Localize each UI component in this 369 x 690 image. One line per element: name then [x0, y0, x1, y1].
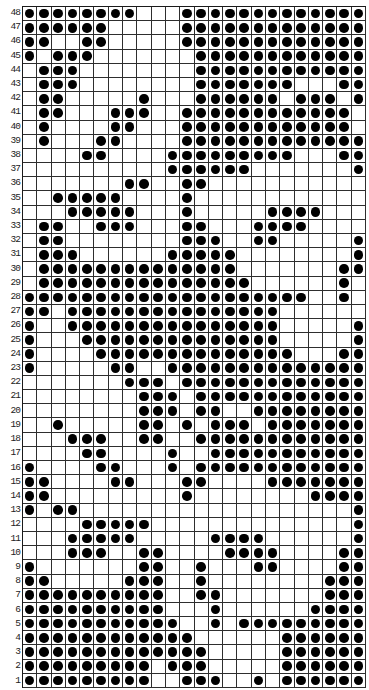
filled-stitch-dot [354, 534, 364, 544]
filled-stitch-dot [196, 108, 206, 118]
filled-stitch-dot [182, 647, 192, 657]
grid-cell [94, 617, 108, 631]
grid-cell [309, 21, 323, 35]
grid-cell [52, 645, 66, 659]
filled-stitch-dot [96, 136, 106, 146]
filled-stitch-dot [96, 434, 106, 444]
grid-cell [323, 532, 337, 546]
filled-stitch-dot [25, 619, 35, 629]
grid-cell [237, 617, 251, 631]
grid-cell [37, 291, 51, 305]
filled-stitch-dot [225, 420, 235, 430]
filled-stitch-dot [268, 477, 278, 487]
filled-stitch-dot [125, 222, 135, 232]
grid-cell [123, 560, 137, 574]
grid-cell [223, 348, 237, 362]
grid-cell [66, 149, 80, 163]
filled-stitch-dot [82, 619, 92, 629]
grid-cell [295, 135, 309, 149]
grid-cell [37, 234, 51, 248]
grid-cell [337, 177, 351, 191]
grid-cell [252, 262, 266, 276]
filled-stitch-dot [354, 236, 364, 246]
filled-stitch-dot [68, 590, 78, 600]
filled-stitch-dot [296, 23, 306, 33]
filled-stitch-dot [311, 605, 321, 615]
grid-cell [209, 333, 223, 347]
grid-cell [23, 475, 37, 489]
grid-cell [109, 163, 123, 177]
grid-cell [37, 149, 51, 163]
filled-stitch-dot [168, 293, 178, 303]
grid-cell [37, 603, 51, 617]
grid-cell [337, 50, 351, 64]
filled-stitch-dot [25, 9, 35, 19]
grid-cell [295, 262, 309, 276]
grid-cell [309, 660, 323, 674]
grid-cell [37, 348, 51, 362]
filled-stitch-dot [153, 420, 163, 430]
grid-cell [266, 532, 280, 546]
grid-cell [252, 575, 266, 589]
grid-cell [123, 404, 137, 418]
filled-stitch-dot [96, 151, 106, 161]
grid-cell [223, 191, 237, 205]
filled-stitch-dot [111, 520, 121, 530]
filled-stitch-dot [354, 463, 364, 473]
grid-cell [337, 7, 351, 21]
grid-cell [23, 291, 37, 305]
grid-cell [166, 149, 180, 163]
filled-stitch-dot [282, 378, 292, 388]
grid-cell [23, 262, 37, 276]
grid-cell [37, 518, 51, 532]
grid-cell [295, 21, 309, 35]
grid-cell [166, 262, 180, 276]
filled-stitch-dot [225, 37, 235, 47]
grid-cell [309, 546, 323, 560]
filled-stitch-dot [268, 392, 278, 402]
grid-cell [152, 135, 166, 149]
grid-cell [295, 149, 309, 163]
grid-cell [337, 191, 351, 205]
grid-cell [37, 418, 51, 432]
grid-cell [66, 589, 80, 603]
grid-cell [123, 305, 137, 319]
grid-cell [66, 277, 80, 291]
grid-cell [166, 433, 180, 447]
filled-stitch-dot [311, 51, 321, 61]
filled-stitch-dot [96, 307, 106, 317]
grid-cell [337, 319, 351, 333]
filled-stitch-dot [25, 562, 35, 572]
grid-cell [195, 163, 209, 177]
grid-cell [209, 177, 223, 191]
filled-stitch-dot [282, 51, 292, 61]
grid-cell [237, 319, 251, 333]
grid-cell [323, 518, 337, 532]
filled-stitch-dot [339, 463, 349, 473]
grid-cell [52, 35, 66, 49]
grid-cell [209, 106, 223, 120]
grid-cell [266, 163, 280, 177]
grid-cell [209, 603, 223, 617]
grid-cell [23, 177, 37, 191]
row-label: 2 [0, 659, 22, 673]
filled-stitch-dot [82, 293, 92, 303]
row-label: 34 [0, 205, 22, 219]
grid-cell [323, 589, 337, 603]
grid-cell [137, 376, 151, 390]
grid-cell [166, 177, 180, 191]
grid-cell [195, 475, 209, 489]
grid-cell [94, 106, 108, 120]
grid-cell [137, 191, 151, 205]
grid-cell [166, 376, 180, 390]
grid-cell [323, 92, 337, 106]
filled-stitch-dot [153, 335, 163, 345]
grid-cell [137, 64, 151, 78]
filled-stitch-dot [111, 335, 121, 345]
grid-cell [123, 504, 137, 518]
filled-stitch-dot [82, 434, 92, 444]
grid-cell [152, 603, 166, 617]
filled-stitch-dot [254, 51, 264, 61]
grid-cell [209, 277, 223, 291]
grid-cell [195, 404, 209, 418]
filled-stitch-dot [196, 562, 206, 572]
grid-cell [266, 461, 280, 475]
filled-stitch-dot [25, 307, 35, 317]
filled-stitch-dot [196, 66, 206, 76]
filled-stitch-dot [39, 108, 49, 118]
grid-cell [195, 461, 209, 475]
filled-stitch-dot [196, 165, 206, 175]
filled-stitch-dot [153, 647, 163, 657]
grid-cell [209, 575, 223, 589]
filled-stitch-dot [211, 335, 221, 345]
grid-cell [123, 418, 137, 432]
grid-cell [266, 78, 280, 92]
grid-cell [295, 248, 309, 262]
row-label: 47 [0, 20, 22, 34]
grid-cell [137, 291, 151, 305]
filled-stitch-dot [182, 420, 192, 430]
filled-stitch-dot [125, 321, 135, 331]
grid-cell [109, 560, 123, 574]
filled-stitch-dot [182, 207, 192, 217]
filled-stitch-dot [354, 590, 364, 600]
grid-cell [166, 248, 180, 262]
grid-cell [37, 50, 51, 64]
grid-cell [137, 149, 151, 163]
grid-cell [309, 206, 323, 220]
grid-cell [337, 617, 351, 631]
grid-cell [237, 305, 251, 319]
grid-cell [237, 234, 251, 248]
grid-cell [23, 333, 37, 347]
grid-cell [195, 645, 209, 659]
grid-cell [180, 475, 194, 489]
grid-cell [209, 433, 223, 447]
grid-cell [52, 461, 66, 475]
filled-stitch-dot [296, 633, 306, 643]
grid-cell [323, 220, 337, 234]
grid-cell [223, 418, 237, 432]
filled-stitch-dot [168, 406, 178, 416]
grid-cell [309, 163, 323, 177]
filled-stitch-dot [82, 449, 92, 459]
grid-cell [352, 333, 366, 347]
filled-stitch-dot [268, 562, 278, 572]
grid-cell [166, 504, 180, 518]
grid-cell [80, 532, 94, 546]
filled-stitch-dot [211, 378, 221, 388]
grid-cell [52, 177, 66, 191]
filled-stitch-dot [39, 66, 49, 76]
grid-cell [52, 248, 66, 262]
filled-stitch-dot [339, 23, 349, 33]
grid-cell [94, 64, 108, 78]
grid-cell [352, 163, 366, 177]
grid-cell [352, 348, 366, 362]
grid-cell [94, 149, 108, 163]
grid-cell [323, 177, 337, 191]
grid-cell [237, 191, 251, 205]
filled-stitch-dot [25, 633, 35, 643]
grid-cell [337, 418, 351, 432]
grid-cell [123, 433, 137, 447]
grid-cell [209, 376, 223, 390]
grid-cell [94, 631, 108, 645]
filled-stitch-dot [168, 449, 178, 459]
filled-stitch-dot [225, 434, 235, 444]
grid-cell [23, 248, 37, 262]
filled-stitch-dot [282, 207, 292, 217]
filled-stitch-dot [196, 250, 206, 260]
filled-stitch-dot [254, 9, 264, 19]
grid-cell [123, 333, 137, 347]
grid-cell [166, 489, 180, 503]
grid-cell [94, 418, 108, 432]
grid-cell [180, 177, 194, 191]
filled-stitch-dot [168, 633, 178, 643]
filled-stitch-dot [82, 676, 92, 686]
filled-stitch-dot [211, 605, 221, 615]
grid-cell [195, 220, 209, 234]
filled-stitch-dot [39, 250, 49, 260]
grid-cell [266, 660, 280, 674]
grid-cell [352, 121, 366, 135]
grid-cell [209, 674, 223, 688]
grid-cell [80, 603, 94, 617]
grid-cell [137, 560, 151, 574]
filled-stitch-dot [82, 151, 92, 161]
grid-cell [37, 7, 51, 21]
grid-cell [23, 376, 37, 390]
grid-cell [166, 660, 180, 674]
filled-stitch-dot [211, 80, 221, 90]
grid-cell [323, 163, 337, 177]
grid-cell [180, 78, 194, 92]
grid-cell [123, 262, 137, 276]
filled-stitch-dot [25, 590, 35, 600]
filled-stitch-dot [311, 676, 321, 686]
filled-stitch-dot [96, 293, 106, 303]
grid-cell [152, 50, 166, 64]
filled-stitch-dot [296, 136, 306, 146]
grid-cell [166, 305, 180, 319]
grid-cell [137, 206, 151, 220]
grid-cell [295, 674, 309, 688]
filled-stitch-dot [68, 207, 78, 217]
filled-stitch-dot [153, 562, 163, 572]
grid-cell [66, 305, 80, 319]
grid-cell [80, 518, 94, 532]
filled-stitch-dot [296, 392, 306, 402]
filled-stitch-dot [196, 321, 206, 331]
filled-stitch-dot [25, 51, 35, 61]
filled-stitch-dot [254, 434, 264, 444]
grid-cell [94, 660, 108, 674]
grid-cell [352, 504, 366, 518]
filled-stitch-dot [125, 477, 135, 487]
grid-cell [337, 305, 351, 319]
grid-cell [209, 532, 223, 546]
grid-cell [195, 660, 209, 674]
filled-stitch-dot [139, 264, 149, 274]
grid-cell [23, 589, 37, 603]
grid-cell [94, 504, 108, 518]
grid-cell [23, 135, 37, 149]
grid-cell [309, 35, 323, 49]
grid-cell [309, 390, 323, 404]
filled-stitch-dot [311, 463, 321, 473]
row-label: 45 [0, 49, 22, 63]
filled-stitch-dot [25, 661, 35, 671]
grid-cell [23, 461, 37, 475]
grid-cell [266, 177, 280, 191]
filled-stitch-dot [296, 94, 306, 104]
grid-cell [280, 333, 294, 347]
grid-cell [352, 234, 366, 248]
grid-cell [37, 376, 51, 390]
grid-cell [252, 191, 266, 205]
grid-cell [66, 475, 80, 489]
grid-cell [280, 135, 294, 149]
filled-stitch-dot [125, 633, 135, 643]
filled-stitch-dot [139, 278, 149, 288]
grid-cell [109, 50, 123, 64]
grid-cell [66, 92, 80, 106]
grid-cell [209, 418, 223, 432]
grid-cell [337, 35, 351, 49]
grid-cell [109, 362, 123, 376]
filled-stitch-dot [239, 165, 249, 175]
filled-stitch-dot [168, 392, 178, 402]
grid-cell [252, 504, 266, 518]
grid-cell [52, 433, 66, 447]
grid-cell [209, 631, 223, 645]
grid-cell [309, 135, 323, 149]
grid-cell [309, 291, 323, 305]
filled-stitch-dot [53, 80, 63, 90]
filled-stitch-dot [196, 37, 206, 47]
filled-stitch-dot [239, 278, 249, 288]
row-label: 27 [0, 304, 22, 318]
grid-cell [66, 433, 80, 447]
row-label: 48 [0, 6, 22, 20]
grid-cell [23, 234, 37, 248]
filled-stitch-dot [25, 23, 35, 33]
filled-stitch-dot [268, 136, 278, 146]
grid-cell [280, 645, 294, 659]
grid-cell [52, 305, 66, 319]
grid-cell [109, 291, 123, 305]
grid-cell [337, 504, 351, 518]
filled-stitch-dot [225, 548, 235, 558]
filled-stitch-dot [168, 349, 178, 359]
filled-stitch-dot [354, 505, 364, 515]
filled-stitch-dot [139, 605, 149, 615]
grid-cell [94, 177, 108, 191]
grid-cell [209, 21, 223, 35]
grid-cell [223, 475, 237, 489]
grid-cell [352, 489, 366, 503]
filled-stitch-dot [139, 321, 149, 331]
grid-cell [295, 645, 309, 659]
grid-cell [80, 617, 94, 631]
grid-cell [223, 234, 237, 248]
filled-stitch-dot [211, 676, 221, 686]
filled-stitch-dot [225, 250, 235, 260]
grid-cell [323, 603, 337, 617]
filled-stitch-dot [111, 321, 121, 331]
filled-stitch-dot [168, 264, 178, 274]
filled-stitch-dot [339, 676, 349, 686]
row-label: 40 [0, 120, 22, 134]
grid-cell [295, 333, 309, 347]
grid-cell [252, 674, 266, 688]
filled-stitch-dot [325, 647, 335, 657]
grid-cell [337, 461, 351, 475]
grid-cell [352, 305, 366, 319]
grid-cell [166, 560, 180, 574]
grid-cell [152, 433, 166, 447]
grid-cell [94, 532, 108, 546]
filled-stitch-dot [225, 264, 235, 274]
grid-cell [80, 546, 94, 560]
grid-cell [209, 121, 223, 135]
row-label: 17 [0, 446, 22, 460]
grid-cell [195, 121, 209, 135]
grid-cell [223, 489, 237, 503]
grid-cell [66, 575, 80, 589]
grid-cell [209, 617, 223, 631]
grid-cell [252, 603, 266, 617]
grid-cell [23, 50, 37, 64]
grid-cell [152, 106, 166, 120]
grid-cell [337, 546, 351, 560]
filled-stitch-dot [168, 165, 178, 175]
filled-stitch-dot [82, 307, 92, 317]
grid-cell [223, 35, 237, 49]
grid-cell [280, 35, 294, 49]
grid-cell [252, 248, 266, 262]
filled-stitch-dot [196, 9, 206, 19]
grid-cell [266, 418, 280, 432]
grid-cell [209, 518, 223, 532]
